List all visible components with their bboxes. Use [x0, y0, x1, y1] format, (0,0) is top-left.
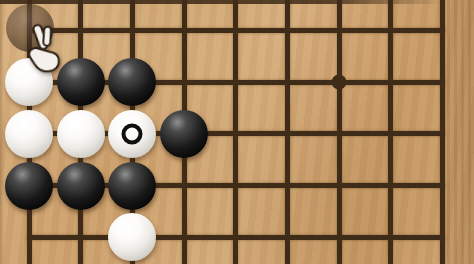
go-board[interactable]: [0, 0, 474, 264]
black-stone: [160, 110, 208, 158]
circle-marker: [122, 123, 143, 144]
white-stone: [5, 110, 53, 158]
white-stone: [57, 110, 105, 158]
white-stone: [108, 110, 156, 158]
tap-hand-icon: [23, 21, 68, 75]
star-point: [332, 75, 347, 90]
white-stone: [108, 213, 156, 261]
black-stone: [108, 58, 156, 106]
black-stone: [5, 162, 53, 210]
board-right-margin: [447, 0, 474, 264]
grid-line-horizontal: [27, 235, 446, 240]
grid-line-horizontal: [27, 28, 446, 33]
black-stone: [108, 162, 156, 210]
black-stone: [57, 162, 105, 210]
tap-hand-cursor: [23, 21, 68, 75]
go-app-screen: [0, 0, 474, 264]
board-left-edge: [0, 0, 4, 264]
